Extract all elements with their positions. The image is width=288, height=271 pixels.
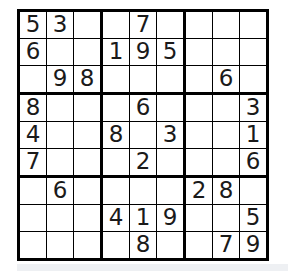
sudoku-cell-r6c5-given-2[interactable]: 2 (130, 149, 157, 178)
sudoku-cell-r2c7-empty[interactable] (186, 39, 213, 66)
cell-digit: 3 (163, 123, 178, 146)
sudoku-cell-r3c4-empty[interactable] (103, 66, 130, 95)
sudoku-cell-r4c3-empty[interactable] (74, 95, 103, 122)
sudoku-cell-r3c3-given-8[interactable]: 8 (74, 66, 103, 95)
sudoku-cell-r5c9-given-1[interactable]: 1 (240, 122, 266, 149)
sudoku-cell-r1c5-given-7[interactable]: 7 (130, 12, 157, 39)
sudoku-cell-r9c8-given-7[interactable]: 7 (213, 232, 240, 258)
sudoku-cell-r1c9-empty[interactable] (240, 12, 266, 39)
sudoku-cell-r7c8-given-8[interactable]: 8 (213, 178, 240, 205)
sudoku-cell-r5c7-empty[interactable] (186, 122, 213, 149)
sudoku-cell-r3c1-empty[interactable] (20, 66, 47, 95)
cell-digit: 2 (136, 150, 151, 173)
cell-digit: 4 (26, 123, 41, 146)
cell-digit: 8 (109, 123, 124, 146)
sudoku-cell-r3c9-empty[interactable] (240, 66, 266, 95)
sudoku-cell-r4c1-given-8[interactable]: 8 (20, 95, 47, 122)
sudoku-cell-r8c8-empty[interactable] (213, 205, 240, 232)
sudoku-cell-r5c6-given-3[interactable]: 3 (157, 122, 186, 149)
cell-digit: 5 (246, 206, 261, 229)
cell-digit: 4 (109, 206, 124, 229)
sudoku-cell-r1c4-empty[interactable] (103, 12, 130, 39)
sudoku-cell-r1c7-empty[interactable] (186, 12, 213, 39)
sudoku-cell-r7c9-empty[interactable] (240, 178, 266, 205)
sudoku-page: 537619598686348317266284195879 (0, 0, 288, 271)
sudoku-board: 537619598686348317266284195879 (17, 9, 269, 261)
sudoku-cell-r1c2-given-3[interactable]: 3 (47, 12, 74, 39)
sudoku-cell-r1c8-empty[interactable] (213, 12, 240, 39)
sudoku-cell-r5c8-empty[interactable] (213, 122, 240, 149)
sudoku-cell-r8c2-empty[interactable] (47, 205, 74, 232)
sudoku-cell-r6c6-empty[interactable] (157, 149, 186, 178)
sudoku-cell-r7c5-empty[interactable] (130, 178, 157, 205)
cell-digit: 8 (26, 96, 41, 119)
sudoku-cell-r7c7-given-2[interactable]: 2 (186, 178, 213, 205)
sudoku-cell-r8c4-given-4[interactable]: 4 (103, 205, 130, 232)
sudoku-cell-r5c1-given-4[interactable]: 4 (20, 122, 47, 149)
sudoku-cell-r8c3-empty[interactable] (74, 205, 103, 232)
cell-digit: 6 (53, 179, 68, 202)
cell-digit: 2 (192, 179, 207, 202)
cell-digit: 7 (26, 150, 41, 173)
sudoku-cell-r2c2-empty[interactable] (47, 39, 74, 66)
sudoku-cell-r5c5-empty[interactable] (130, 122, 157, 149)
cell-digit: 9 (53, 67, 68, 90)
sudoku-cell-r7c6-empty[interactable] (157, 178, 186, 205)
sudoku-cell-r8c1-empty[interactable] (20, 205, 47, 232)
sudoku-cell-r1c6-empty[interactable] (157, 12, 186, 39)
sudoku-cell-r2c9-empty[interactable] (240, 39, 266, 66)
sudoku-cell-r4c8-empty[interactable] (213, 95, 240, 122)
sudoku-cell-r5c2-empty[interactable] (47, 122, 74, 149)
cell-digit: 3 (246, 96, 261, 119)
sudoku-cell-r9c6-empty[interactable] (157, 232, 186, 258)
sudoku-cell-r9c2-empty[interactable] (47, 232, 74, 258)
cell-digit: 8 (136, 233, 151, 256)
cell-digit: 6 (136, 96, 151, 119)
sudoku-cell-r9c1-empty[interactable] (20, 232, 47, 258)
sudoku-cell-r8c9-given-5[interactable]: 5 (240, 205, 266, 232)
sudoku-cell-r9c7-empty[interactable] (186, 232, 213, 258)
sudoku-cell-r6c8-empty[interactable] (213, 149, 240, 178)
sudoku-cell-r1c1-given-5[interactable]: 5 (20, 12, 47, 39)
sudoku-cell-r2c5-given-9[interactable]: 9 (130, 39, 157, 66)
cell-digit: 1 (246, 123, 261, 146)
sudoku-cell-r6c2-empty[interactable] (47, 149, 74, 178)
sudoku-cell-r2c4-given-1[interactable]: 1 (103, 39, 130, 66)
sudoku-cell-r2c3-empty[interactable] (74, 39, 103, 66)
sudoku-cell-r6c1-given-7[interactable]: 7 (20, 149, 47, 178)
sudoku-cell-r4c5-given-6[interactable]: 6 (130, 95, 157, 122)
sudoku-cell-r7c1-empty[interactable] (20, 178, 47, 205)
sudoku-cell-r9c4-empty[interactable] (103, 232, 130, 258)
cell-digit: 6 (246, 150, 261, 173)
sudoku-cell-r4c4-empty[interactable] (103, 95, 130, 122)
cell-digit: 7 (219, 233, 234, 256)
sudoku-cell-r9c5-given-8[interactable]: 8 (130, 232, 157, 258)
sudoku-cell-r3c8-given-6[interactable]: 6 (213, 66, 240, 95)
cell-digit: 3 (53, 13, 68, 36)
cell-digit: 9 (136, 40, 151, 63)
sudoku-cell-r7c2-given-6[interactable]: 6 (47, 178, 74, 205)
sudoku-cell-r8c6-given-9[interactable]: 9 (157, 205, 186, 232)
sudoku-cell-r2c8-empty[interactable] (213, 39, 240, 66)
sudoku-cell-r5c3-empty[interactable] (74, 122, 103, 149)
cell-digit: 8 (80, 67, 95, 90)
sudoku-cell-r3c7-empty[interactable] (186, 66, 213, 95)
cell-digit: 1 (136, 206, 151, 229)
cell-digit: 8 (219, 179, 234, 202)
cell-digit: 5 (163, 40, 178, 63)
sudoku-cell-r9c9-given-9[interactable]: 9 (240, 232, 266, 258)
sudoku-cell-r4c2-empty[interactable] (47, 95, 74, 122)
cell-digit: 5 (26, 13, 41, 36)
sudoku-cell-r3c2-given-9[interactable]: 9 (47, 66, 74, 95)
sudoku-cell-r6c3-empty[interactable] (74, 149, 103, 178)
sudoku-cell-r4c7-empty[interactable] (186, 95, 213, 122)
sudoku-cell-r7c4-empty[interactable] (103, 178, 130, 205)
sudoku-cell-r3c5-empty[interactable] (130, 66, 157, 95)
sudoku-cell-r2c6-given-5[interactable]: 5 (157, 39, 186, 66)
sudoku-cell-r6c7-empty[interactable] (186, 149, 213, 178)
sudoku-cell-r7c3-empty[interactable] (74, 178, 103, 205)
sudoku-cell-r8c5-given-1[interactable]: 1 (130, 205, 157, 232)
cell-digit: 9 (246, 233, 261, 256)
sudoku-cell-r4c6-empty[interactable] (157, 95, 186, 122)
sudoku-cell-r3c6-empty[interactable] (157, 66, 186, 95)
cell-digit: 9 (163, 206, 178, 229)
cell-digit: 1 (109, 40, 124, 63)
sudoku-cell-r4c9-given-3[interactable]: 3 (240, 95, 266, 122)
sudoku-cell-r6c9-given-6[interactable]: 6 (240, 149, 266, 178)
sudoku-cell-r8c7-empty[interactable] (186, 205, 213, 232)
sudoku-cell-r2c1-given-6[interactable]: 6 (20, 39, 47, 66)
sudoku-cell-r6c4-empty[interactable] (103, 149, 130, 178)
sudoku-cell-r1c3-empty[interactable] (74, 12, 103, 39)
sudoku-cell-r9c3-empty[interactable] (74, 232, 103, 258)
cell-digit: 7 (136, 13, 151, 36)
cell-digit: 6 (219, 67, 234, 90)
sudoku-cell-r5c4-given-8[interactable]: 8 (103, 122, 130, 149)
bottom-strip (17, 264, 288, 271)
cell-digit: 6 (26, 40, 41, 63)
